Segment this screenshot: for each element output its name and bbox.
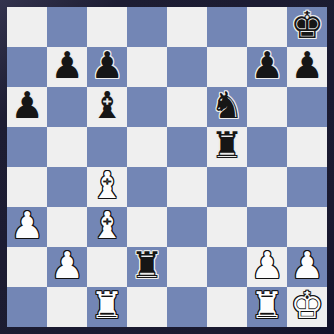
square-e7[interactable] bbox=[167, 47, 207, 87]
piece-white-bishop-c4[interactable]: ♝ bbox=[90, 167, 123, 206]
square-g5[interactable] bbox=[247, 127, 287, 167]
square-b6[interactable] bbox=[47, 87, 87, 127]
piece-white-bishop-c3[interactable]: ♝ bbox=[90, 207, 123, 246]
square-f8[interactable] bbox=[207, 7, 247, 47]
square-g6[interactable] bbox=[247, 87, 287, 127]
square-b7[interactable]: ♟ bbox=[47, 47, 87, 87]
square-e6[interactable] bbox=[167, 87, 207, 127]
piece-black-rook-f5[interactable]: ♜ bbox=[210, 127, 243, 166]
square-h5[interactable] bbox=[287, 127, 327, 167]
square-c2[interactable] bbox=[87, 247, 127, 287]
square-f6[interactable]: ♞ bbox=[207, 87, 247, 127]
square-a3[interactable]: ♟ bbox=[7, 207, 47, 247]
piece-black-bishop-c6[interactable]: ♝ bbox=[90, 87, 123, 126]
square-g2[interactable]: ♟ bbox=[247, 247, 287, 287]
square-g8[interactable] bbox=[247, 7, 287, 47]
square-d4[interactable] bbox=[127, 167, 167, 207]
piece-white-pawn-g2[interactable]: ♟ bbox=[250, 247, 283, 286]
piece-white-rook-c1[interactable]: ♜ bbox=[90, 287, 123, 326]
square-d1[interactable] bbox=[127, 287, 167, 327]
square-d8[interactable] bbox=[127, 7, 167, 47]
square-f5[interactable]: ♜ bbox=[207, 127, 247, 167]
piece-black-knight-f6[interactable]: ♞ bbox=[210, 87, 243, 126]
square-f2[interactable] bbox=[207, 247, 247, 287]
square-d5[interactable] bbox=[127, 127, 167, 167]
square-d6[interactable] bbox=[127, 87, 167, 127]
square-f7[interactable] bbox=[207, 47, 247, 87]
piece-white-rook-g1[interactable]: ♜ bbox=[250, 287, 283, 326]
square-c8[interactable] bbox=[87, 7, 127, 47]
square-c7[interactable]: ♟ bbox=[87, 47, 127, 87]
square-c1[interactable]: ♜ bbox=[87, 287, 127, 327]
square-h6[interactable] bbox=[287, 87, 327, 127]
square-a7[interactable] bbox=[7, 47, 47, 87]
square-f3[interactable] bbox=[207, 207, 247, 247]
piece-black-pawn-g7[interactable]: ♟ bbox=[250, 47, 283, 86]
square-b1[interactable] bbox=[47, 287, 87, 327]
piece-white-king-h1[interactable]: ♚ bbox=[290, 287, 323, 326]
square-a8[interactable] bbox=[7, 7, 47, 47]
square-g3[interactable] bbox=[247, 207, 287, 247]
square-b4[interactable] bbox=[47, 167, 87, 207]
piece-black-pawn-b7[interactable]: ♟ bbox=[50, 47, 83, 86]
square-h1[interactable]: ♚ bbox=[287, 287, 327, 327]
piece-black-pawn-c7[interactable]: ♟ bbox=[90, 47, 123, 86]
square-h3[interactable] bbox=[287, 207, 327, 247]
square-d2[interactable]: ♜ bbox=[127, 247, 167, 287]
board-frame: ♚♟♟♟♟♟♝♞♜♝♟♝♟♜♟♟♜♜♚ bbox=[0, 0, 334, 334]
piece-black-pawn-h7[interactable]: ♟ bbox=[290, 47, 323, 86]
square-b3[interactable] bbox=[47, 207, 87, 247]
square-a4[interactable] bbox=[7, 167, 47, 207]
square-a6[interactable]: ♟ bbox=[7, 87, 47, 127]
square-d3[interactable] bbox=[127, 207, 167, 247]
square-g7[interactable]: ♟ bbox=[247, 47, 287, 87]
piece-white-pawn-a3[interactable]: ♟ bbox=[10, 207, 43, 246]
square-c4[interactable]: ♝ bbox=[87, 167, 127, 207]
square-b5[interactable] bbox=[47, 127, 87, 167]
square-e2[interactable] bbox=[167, 247, 207, 287]
square-e3[interactable] bbox=[167, 207, 207, 247]
square-h8[interactable]: ♚ bbox=[287, 7, 327, 47]
chess-board: ♚♟♟♟♟♟♝♞♜♝♟♝♟♜♟♟♜♜♚ bbox=[7, 7, 327, 327]
square-c5[interactable] bbox=[87, 127, 127, 167]
piece-black-rook-d2[interactable]: ♜ bbox=[130, 247, 163, 286]
piece-black-pawn-a6[interactable]: ♟ bbox=[10, 87, 43, 126]
square-e4[interactable] bbox=[167, 167, 207, 207]
square-h7[interactable]: ♟ bbox=[287, 47, 327, 87]
square-b8[interactable] bbox=[47, 7, 87, 47]
piece-white-pawn-h2[interactable]: ♟ bbox=[290, 247, 323, 286]
square-e1[interactable] bbox=[167, 287, 207, 327]
square-e8[interactable] bbox=[167, 7, 207, 47]
square-b2[interactable]: ♟ bbox=[47, 247, 87, 287]
piece-white-pawn-b2[interactable]: ♟ bbox=[50, 247, 83, 286]
square-f4[interactable] bbox=[207, 167, 247, 207]
square-c6[interactable]: ♝ bbox=[87, 87, 127, 127]
square-a1[interactable] bbox=[7, 287, 47, 327]
square-g1[interactable]: ♜ bbox=[247, 287, 287, 327]
square-d7[interactable] bbox=[127, 47, 167, 87]
square-f1[interactable] bbox=[207, 287, 247, 327]
square-a5[interactable] bbox=[7, 127, 47, 167]
square-c3[interactable]: ♝ bbox=[87, 207, 127, 247]
piece-black-king-h8[interactable]: ♚ bbox=[290, 7, 323, 46]
square-g4[interactable] bbox=[247, 167, 287, 207]
square-h2[interactable]: ♟ bbox=[287, 247, 327, 287]
square-a2[interactable] bbox=[7, 247, 47, 287]
square-h4[interactable] bbox=[287, 167, 327, 207]
square-e5[interactable] bbox=[167, 127, 207, 167]
